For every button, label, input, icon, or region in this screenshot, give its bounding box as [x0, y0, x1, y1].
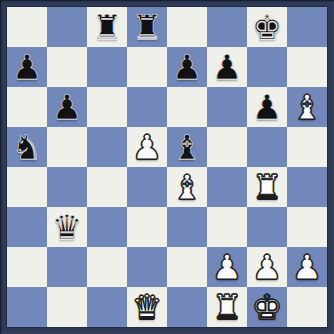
black-pawn[interactable]: ♟	[12, 47, 42, 87]
square-c2[interactable]	[87, 247, 127, 287]
square-f2[interactable]: ♟	[207, 247, 247, 287]
square-h7[interactable]	[287, 47, 327, 87]
square-c3[interactable]	[87, 207, 127, 247]
square-e5[interactable]: ♝	[167, 127, 207, 167]
square-d7[interactable]	[127, 47, 167, 87]
square-d5[interactable]: ♟	[127, 127, 167, 167]
black-king[interactable]: ♚	[252, 7, 282, 47]
square-h4[interactable]	[287, 167, 327, 207]
square-a7[interactable]: ♟	[7, 47, 47, 87]
square-h8[interactable]	[287, 7, 327, 47]
square-b8[interactable]	[47, 7, 87, 47]
white-pawn[interactable]: ♟	[132, 127, 162, 167]
white-pawn[interactable]: ♟	[252, 247, 282, 287]
black-pawn[interactable]: ♟	[212, 47, 242, 87]
square-d3[interactable]	[127, 207, 167, 247]
chess-board-frame: ♜♜♚♟♟♟♟♟♝♞♟♝♝♜♛♟♟♟♛♜♚	[0, 0, 334, 334]
square-e3[interactable]	[167, 207, 207, 247]
square-f4[interactable]	[207, 167, 247, 207]
square-e7[interactable]: ♟	[167, 47, 207, 87]
black-pawn[interactable]: ♟	[172, 47, 202, 87]
square-f8[interactable]	[207, 7, 247, 47]
square-g6[interactable]: ♟	[247, 87, 287, 127]
square-a6[interactable]	[7, 87, 47, 127]
black-queen[interactable]: ♛	[52, 207, 82, 247]
white-pawn[interactable]: ♟	[292, 247, 322, 287]
square-d1[interactable]: ♛	[127, 287, 167, 327]
white-king[interactable]: ♚	[252, 287, 282, 327]
white-pawn[interactable]: ♟	[212, 247, 242, 287]
white-bishop[interactable]: ♝	[292, 87, 322, 127]
chess-board: ♜♜♚♟♟♟♟♟♝♞♟♝♝♜♛♟♟♟♛♜♚	[7, 7, 327, 327]
square-e8[interactable]	[167, 7, 207, 47]
square-g8[interactable]: ♚	[247, 7, 287, 47]
white-bishop[interactable]: ♝	[172, 167, 202, 207]
square-f7[interactable]: ♟	[207, 47, 247, 87]
square-d8[interactable]: ♜	[127, 7, 167, 47]
black-bishop[interactable]: ♝	[172, 127, 202, 167]
square-e2[interactable]	[167, 247, 207, 287]
white-rook[interactable]: ♜	[212, 287, 242, 327]
white-rook[interactable]: ♜	[252, 167, 282, 207]
square-f1[interactable]: ♜	[207, 287, 247, 327]
square-b1[interactable]	[47, 287, 87, 327]
square-g7[interactable]	[247, 47, 287, 87]
square-e4[interactable]: ♝	[167, 167, 207, 207]
square-a5[interactable]: ♞	[7, 127, 47, 167]
square-g5[interactable]	[247, 127, 287, 167]
square-d6[interactable]	[127, 87, 167, 127]
square-a8[interactable]	[7, 7, 47, 47]
square-b7[interactable]	[47, 47, 87, 87]
white-queen[interactable]: ♛	[132, 287, 162, 327]
square-c5[interactable]	[87, 127, 127, 167]
square-c8[interactable]: ♜	[87, 7, 127, 47]
square-f3[interactable]	[207, 207, 247, 247]
square-a2[interactable]	[7, 247, 47, 287]
black-pawn[interactable]: ♟	[252, 87, 282, 127]
square-c7[interactable]	[87, 47, 127, 87]
square-a3[interactable]	[7, 207, 47, 247]
square-h5[interactable]	[287, 127, 327, 167]
square-f5[interactable]	[207, 127, 247, 167]
square-d2[interactable]	[127, 247, 167, 287]
square-g1[interactable]: ♚	[247, 287, 287, 327]
square-h6[interactable]: ♝	[287, 87, 327, 127]
square-c1[interactable]	[87, 287, 127, 327]
square-h2[interactable]: ♟	[287, 247, 327, 287]
square-g4[interactable]: ♜	[247, 167, 287, 207]
square-b4[interactable]	[47, 167, 87, 207]
black-rook[interactable]: ♜	[132, 7, 162, 47]
square-b6[interactable]: ♟	[47, 87, 87, 127]
square-e1[interactable]	[167, 287, 207, 327]
square-c4[interactable]	[87, 167, 127, 207]
square-g3[interactable]	[247, 207, 287, 247]
square-a1[interactable]	[7, 287, 47, 327]
square-b3[interactable]: ♛	[47, 207, 87, 247]
square-g2[interactable]: ♟	[247, 247, 287, 287]
black-pawn[interactable]: ♟	[52, 87, 82, 127]
square-b5[interactable]	[47, 127, 87, 167]
square-h1[interactable]	[287, 287, 327, 327]
black-knight[interactable]: ♞	[12, 127, 42, 167]
square-h3[interactable]	[287, 207, 327, 247]
square-f6[interactable]	[207, 87, 247, 127]
square-e6[interactable]	[167, 87, 207, 127]
square-a4[interactable]	[7, 167, 47, 207]
square-c6[interactable]	[87, 87, 127, 127]
black-rook[interactable]: ♜	[92, 7, 122, 47]
square-d4[interactable]	[127, 167, 167, 207]
square-b2[interactable]	[47, 247, 87, 287]
